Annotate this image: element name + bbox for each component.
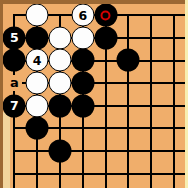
intersection (26, 117, 49, 140)
black-stone (71, 72, 94, 95)
intersection (49, 72, 72, 95)
intersection (140, 72, 163, 95)
intersection (49, 4, 72, 27)
intersection (3, 117, 26, 140)
intersection (94, 117, 117, 140)
go-diagram: 654a7 (0, 0, 188, 188)
intersection (49, 117, 72, 140)
white-stone (71, 26, 94, 49)
intersection (163, 4, 186, 27)
intersection (140, 49, 163, 72)
intersection (117, 72, 140, 95)
intersection (163, 117, 186, 140)
intersection (140, 162, 163, 185)
intersection: 6 (71, 4, 94, 27)
intersection (71, 49, 94, 72)
board-left-edge (0, 0, 3, 188)
intersection (49, 162, 72, 185)
intersection (26, 162, 49, 185)
black-stone (94, 26, 117, 49)
intersection (117, 140, 140, 163)
intersection: a (3, 72, 26, 95)
black-stone (71, 94, 94, 117)
intersection (140, 27, 163, 50)
black-stone (3, 49, 26, 72)
intersection: 4 (26, 49, 49, 72)
red-circle-marker-icon (101, 10, 111, 20)
intersection (3, 4, 26, 27)
page-background-strip (185, 0, 188, 188)
intersection (140, 117, 163, 140)
intersection (163, 94, 186, 117)
intersection: 5 (3, 27, 26, 50)
black-stone-marked (94, 4, 117, 27)
intersection (71, 94, 94, 117)
intersection (94, 4, 117, 27)
intersection (71, 72, 94, 95)
intersection (26, 4, 49, 27)
intersection (140, 94, 163, 117)
intersection: 7 (3, 94, 26, 117)
black-stone-7: 7 (3, 94, 26, 117)
board-top-edge (0, 0, 185, 4)
black-stone (71, 49, 94, 72)
intersection (49, 49, 72, 72)
white-stone (48, 49, 71, 72)
intersection (163, 140, 186, 163)
intersection (163, 27, 186, 50)
intersection (49, 140, 72, 163)
white-stone (48, 72, 71, 95)
intersection (117, 27, 140, 50)
intersection (49, 94, 72, 117)
intersection (94, 162, 117, 185)
black-stone (26, 117, 49, 140)
intersection (26, 72, 49, 95)
intersection (117, 4, 140, 27)
white-stone-4: 4 (26, 49, 49, 72)
intersection (117, 162, 140, 185)
intersection (71, 27, 94, 50)
intersection (163, 162, 186, 185)
intersection (3, 140, 26, 163)
intersection (26, 140, 49, 163)
intersection (117, 49, 140, 72)
black-stone-5: 5 (3, 26, 26, 49)
black-stone (26, 26, 49, 49)
intersection (26, 94, 49, 117)
intersection (117, 117, 140, 140)
intersection (94, 140, 117, 163)
intersection (94, 27, 117, 50)
intersection (94, 72, 117, 95)
intersection (71, 117, 94, 140)
intersection (26, 27, 49, 50)
black-stone (48, 139, 71, 162)
intersection (140, 4, 163, 27)
intersection (3, 162, 26, 185)
intersection (94, 94, 117, 117)
intersection (163, 72, 186, 95)
white-stone (48, 26, 71, 49)
intersection (163, 49, 186, 72)
intersection (3, 49, 26, 72)
black-stone (48, 94, 71, 117)
black-stone (117, 49, 140, 72)
white-stone (26, 94, 49, 117)
intersection (71, 162, 94, 185)
intersection (49, 27, 72, 50)
intersection (71, 140, 94, 163)
stones-grid: 654a7 (3, 4, 185, 185)
white-stone-6: 6 (71, 4, 94, 27)
intersection (140, 140, 163, 163)
white-stone (26, 72, 49, 95)
white-stone (26, 4, 49, 27)
intersection (94, 49, 117, 72)
point-label-a: a (6, 75, 22, 91)
intersection (117, 94, 140, 117)
